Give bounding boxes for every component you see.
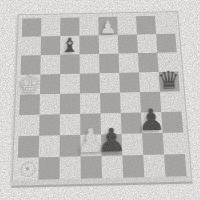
square-d7[interactable] bbox=[79, 35, 99, 54]
square-e4[interactable] bbox=[100, 93, 121, 114]
square-b4[interactable] bbox=[40, 94, 60, 115]
piece-black-pawn-g3[interactable]: ♟ bbox=[141, 112, 163, 133]
square-h8[interactable] bbox=[155, 15, 175, 34]
square-d4[interactable] bbox=[80, 93, 100, 114]
piece-black-bishop-c7[interactable]: ♝ bbox=[60, 36, 79, 55]
square-b5[interactable] bbox=[40, 74, 60, 94]
square-d6[interactable] bbox=[80, 54, 100, 74]
square-h7[interactable] bbox=[156, 34, 177, 53]
square-f7[interactable] bbox=[118, 34, 138, 53]
square-a7[interactable] bbox=[21, 36, 41, 55]
square-c6[interactable] bbox=[60, 54, 80, 74]
square-b2[interactable] bbox=[39, 135, 60, 157]
square-g1[interactable] bbox=[143, 155, 165, 178]
square-b3[interactable] bbox=[39, 114, 60, 135]
square-b6[interactable] bbox=[40, 55, 60, 75]
square-f8[interactable] bbox=[117, 16, 137, 35]
square-a8[interactable] bbox=[22, 18, 42, 37]
square-b1[interactable] bbox=[38, 157, 59, 180]
square-d8[interactable] bbox=[79, 17, 98, 36]
square-g7[interactable] bbox=[137, 34, 157, 53]
square-b7[interactable] bbox=[41, 36, 61, 55]
square-a3[interactable] bbox=[19, 115, 40, 136]
photo-scene: ♟♝♚♛♟♟♟ bbox=[0, 0, 200, 200]
square-c5[interactable] bbox=[60, 74, 80, 94]
board-frame: ♟♝♚♛♟♟♟ bbox=[12, 11, 193, 186]
piece-black-pawn-e2[interactable]: ♟ bbox=[101, 134, 122, 156]
chess-board: ♟♝♚♛♟♟♟ bbox=[12, 11, 193, 186]
square-g8[interactable] bbox=[136, 16, 156, 35]
square-d5[interactable] bbox=[80, 73, 100, 93]
square-f6[interactable] bbox=[119, 53, 139, 73]
piece-white-king-a5[interactable]: ♚ bbox=[20, 74, 40, 94]
square-h1[interactable] bbox=[164, 154, 187, 177]
square-a2[interactable] bbox=[18, 136, 39, 158]
square-b8[interactable] bbox=[41, 18, 60, 37]
square-e5[interactable] bbox=[100, 73, 120, 93]
square-f5[interactable] bbox=[119, 72, 140, 92]
square-a1[interactable] bbox=[17, 157, 39, 180]
piece-white-pawn-e8[interactable]: ♟ bbox=[98, 17, 118, 36]
square-e6[interactable] bbox=[99, 54, 119, 74]
piece-black-queen-h5[interactable]: ♛ bbox=[159, 72, 180, 92]
square-c4[interactable] bbox=[60, 93, 80, 114]
